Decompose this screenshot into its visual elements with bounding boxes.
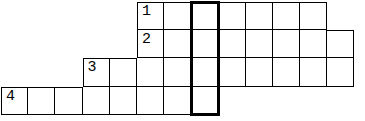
grid-cell[interactable] <box>273 58 300 86</box>
grid-cell[interactable] <box>164 58 191 86</box>
grid-cell[interactable] <box>219 58 246 86</box>
clue-number: 3 <box>83 58 110 75</box>
grid-cell[interactable] <box>300 58 327 86</box>
grid-cell[interactable] <box>273 2 300 30</box>
grid-cell[interactable] <box>300 2 327 30</box>
grid-cell[interactable] <box>137 87 164 115</box>
solution-cell[interactable] <box>191 58 218 86</box>
grid-cell[interactable] <box>83 87 110 115</box>
crossword-grid: 1234 <box>1 2 354 115</box>
grid-cell[interactable] <box>164 87 191 115</box>
grid-cell[interactable]: 3 <box>83 58 110 86</box>
clue-number: 4 <box>1 87 28 104</box>
solution-cell[interactable] <box>191 30 218 58</box>
grid-cell[interactable] <box>219 2 246 30</box>
grid-cell[interactable] <box>110 87 137 115</box>
grid-cell[interactable]: 2 <box>137 30 164 58</box>
grid-cell[interactable] <box>219 30 246 58</box>
solution-cell[interactable] <box>191 2 218 30</box>
grid-cell[interactable] <box>327 30 354 58</box>
clue-number: 2 <box>137 30 164 47</box>
grid-cell[interactable] <box>300 30 327 58</box>
grid-cell[interactable] <box>164 2 191 30</box>
grid-cell[interactable]: 1 <box>137 2 164 30</box>
grid-cell[interactable] <box>137 58 164 86</box>
grid-cell[interactable] <box>28 87 55 115</box>
grid-cell[interactable] <box>246 58 273 86</box>
clue-number: 1 <box>137 2 164 19</box>
crossword-board: 1234 <box>0 0 365 121</box>
grid-cell[interactable]: 4 <box>1 87 28 115</box>
grid-cell[interactable] <box>273 30 300 58</box>
grid-cell[interactable] <box>246 30 273 58</box>
grid-cell[interactable] <box>164 30 191 58</box>
grid-cell[interactable] <box>55 87 82 115</box>
grid-cell[interactable] <box>246 2 273 30</box>
grid-cell[interactable] <box>110 58 137 86</box>
solution-cell[interactable] <box>191 87 218 115</box>
grid-cell[interactable] <box>327 58 354 86</box>
